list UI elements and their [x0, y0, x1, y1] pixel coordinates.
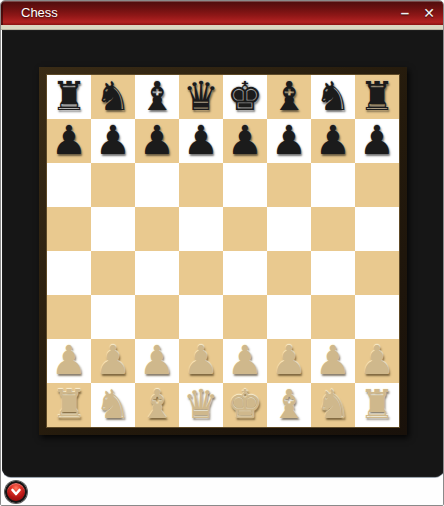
- white-pawn[interactable]: ♟: [95, 340, 131, 380]
- square-c2[interactable]: ♟: [135, 339, 179, 383]
- window-controls: – ✕: [397, 1, 437, 25]
- square-b5[interactable]: [91, 207, 135, 251]
- window-title: Chess: [21, 5, 58, 20]
- white-pawn[interactable]: ♟: [51, 340, 87, 380]
- white-knight[interactable]: ♞: [315, 384, 351, 424]
- square-d7[interactable]: ♟: [179, 119, 223, 163]
- square-g4[interactable]: [311, 251, 355, 295]
- square-f1[interactable]: ♝: [267, 383, 311, 427]
- square-h8[interactable]: ♜: [355, 75, 399, 119]
- square-f4[interactable]: [267, 251, 311, 295]
- board-frame: ♜♞♝♛♚♝♞♜♟♟♟♟♟♟♟♟♟♟♟♟♟♟♟♟♜♞♝♛♚♝♞♜: [39, 67, 407, 435]
- white-queen[interactable]: ♛: [183, 384, 219, 424]
- options-expander-button[interactable]: [5, 481, 27, 503]
- square-f2[interactable]: ♟: [267, 339, 311, 383]
- square-e7[interactable]: ♟: [223, 119, 267, 163]
- white-bishop[interactable]: ♝: [139, 384, 175, 424]
- square-c3[interactable]: [135, 295, 179, 339]
- square-d6[interactable]: [179, 163, 223, 207]
- status-bar: [1, 478, 444, 506]
- white-pawn[interactable]: ♟: [359, 340, 395, 380]
- square-d8[interactable]: ♛: [179, 75, 223, 119]
- square-e6[interactable]: [223, 163, 267, 207]
- white-bishop[interactable]: ♝: [271, 384, 307, 424]
- square-b2[interactable]: ♟: [91, 339, 135, 383]
- close-button[interactable]: ✕: [421, 1, 437, 25]
- white-knight[interactable]: ♞: [95, 384, 131, 424]
- white-pawn[interactable]: ♟: [183, 340, 219, 380]
- game-area: ♜♞♝♛♚♝♞♜♟♟♟♟♟♟♟♟♟♟♟♟♟♟♟♟♜♞♝♛♚♝♞♜: [2, 30, 444, 477]
- square-f8[interactable]: ♝: [267, 75, 311, 119]
- black-king[interactable]: ♚: [227, 76, 263, 116]
- white-pawn[interactable]: ♟: [271, 340, 307, 380]
- black-pawn[interactable]: ♟: [359, 120, 395, 160]
- black-knight[interactable]: ♞: [315, 76, 351, 116]
- square-g2[interactable]: ♟: [311, 339, 355, 383]
- square-c6[interactable]: [135, 163, 179, 207]
- black-rook[interactable]: ♜: [51, 76, 87, 116]
- square-c7[interactable]: ♟: [135, 119, 179, 163]
- square-e5[interactable]: [223, 207, 267, 251]
- square-e4[interactable]: [223, 251, 267, 295]
- square-f6[interactable]: [267, 163, 311, 207]
- black-pawn[interactable]: ♟: [227, 120, 263, 160]
- square-c1[interactable]: ♝: [135, 383, 179, 427]
- chevron-down-icon: [9, 485, 23, 499]
- square-a7[interactable]: ♟: [47, 119, 91, 163]
- square-c5[interactable]: [135, 207, 179, 251]
- black-rook[interactable]: ♜: [359, 76, 395, 116]
- square-f5[interactable]: [267, 207, 311, 251]
- square-f3[interactable]: [267, 295, 311, 339]
- square-d3[interactable]: [179, 295, 223, 339]
- white-pawn[interactable]: ♟: [227, 340, 263, 380]
- square-g1[interactable]: ♞: [311, 383, 355, 427]
- square-g6[interactable]: [311, 163, 355, 207]
- square-h3[interactable]: [355, 295, 399, 339]
- square-b7[interactable]: ♟: [91, 119, 135, 163]
- square-b8[interactable]: ♞: [91, 75, 135, 119]
- title-bar[interactable]: Chess – ✕: [1, 1, 444, 25]
- square-a2[interactable]: ♟: [47, 339, 91, 383]
- black-pawn[interactable]: ♟: [95, 120, 131, 160]
- square-b3[interactable]: [91, 295, 135, 339]
- black-bishop[interactable]: ♝: [271, 76, 307, 116]
- square-h7[interactable]: ♟: [355, 119, 399, 163]
- white-rook[interactable]: ♜: [359, 384, 395, 424]
- square-e2[interactable]: ♟: [223, 339, 267, 383]
- square-g7[interactable]: ♟: [311, 119, 355, 163]
- square-h1[interactable]: ♜: [355, 383, 399, 427]
- square-b6[interactable]: [91, 163, 135, 207]
- black-knight[interactable]: ♞: [95, 76, 131, 116]
- square-h2[interactable]: ♟: [355, 339, 399, 383]
- black-queen[interactable]: ♛: [183, 76, 219, 116]
- black-pawn[interactable]: ♟: [139, 120, 175, 160]
- square-c8[interactable]: ♝: [135, 75, 179, 119]
- black-pawn[interactable]: ♟: [315, 120, 351, 160]
- chess-board[interactable]: ♜♞♝♛♚♝♞♜♟♟♟♟♟♟♟♟♟♟♟♟♟♟♟♟♜♞♝♛♚♝♞♜: [47, 75, 399, 427]
- square-b1[interactable]: ♞: [91, 383, 135, 427]
- white-pawn[interactable]: ♟: [139, 340, 175, 380]
- square-a1[interactable]: ♜: [47, 383, 91, 427]
- square-g3[interactable]: [311, 295, 355, 339]
- white-rook[interactable]: ♜: [51, 384, 87, 424]
- square-e1[interactable]: ♚: [223, 383, 267, 427]
- square-b4[interactable]: [91, 251, 135, 295]
- square-e8[interactable]: ♚: [223, 75, 267, 119]
- white-king[interactable]: ♚: [227, 384, 263, 424]
- minimize-button[interactable]: –: [397, 0, 413, 28]
- square-a4[interactable]: [47, 251, 91, 295]
- square-h6[interactable]: [355, 163, 399, 207]
- square-g8[interactable]: ♞: [311, 75, 355, 119]
- white-pawn[interactable]: ♟: [315, 340, 351, 380]
- square-a3[interactable]: [47, 295, 91, 339]
- square-h5[interactable]: [355, 207, 399, 251]
- chess-window: Chess – ✕ ♜♞♝♛♚♝♞♜♟♟♟♟♟♟♟♟♟♟♟♟♟♟♟♟♜♞♝♛♚♝…: [0, 0, 444, 506]
- black-pawn[interactable]: ♟: [51, 120, 87, 160]
- square-d2[interactable]: ♟: [179, 339, 223, 383]
- square-f7[interactable]: ♟: [267, 119, 311, 163]
- square-g5[interactable]: [311, 207, 355, 251]
- square-h4[interactable]: [355, 251, 399, 295]
- square-d4[interactable]: [179, 251, 223, 295]
- square-a8[interactable]: ♜: [47, 75, 91, 119]
- black-bishop[interactable]: ♝: [139, 76, 175, 116]
- black-pawn[interactable]: ♟: [183, 120, 219, 160]
- square-a5[interactable]: [47, 207, 91, 251]
- square-a6[interactable]: [47, 163, 91, 207]
- square-c4[interactable]: [135, 251, 179, 295]
- square-d5[interactable]: [179, 207, 223, 251]
- square-e3[interactable]: [223, 295, 267, 339]
- square-d1[interactable]: ♛: [179, 383, 223, 427]
- black-pawn[interactable]: ♟: [271, 120, 307, 160]
